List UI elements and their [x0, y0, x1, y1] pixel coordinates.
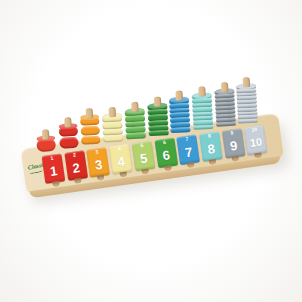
counting-ring[interactable] [193, 125, 213, 130]
wooden-peg [86, 108, 94, 118]
ring-stack-7[interactable] [169, 91, 191, 134]
counting-ring[interactable] [216, 122, 236, 127]
counting-board-scene: Classic 1122334455667788991010 [8, 55, 289, 205]
product-photo: Classic 1122334455667788991010 [0, 0, 302, 302]
ring-stack-1[interactable] [35, 129, 56, 152]
counting-ring[interactable] [80, 126, 99, 135]
counting-ring[interactable] [171, 127, 191, 133]
ring-stack-4[interactable] [102, 106, 124, 142]
wooden-peg [130, 102, 138, 112]
counting-ring[interactable] [58, 137, 78, 148]
ring-stack-8[interactable] [191, 86, 213, 130]
ring-stack-2[interactable] [57, 117, 79, 149]
ring-stack-6[interactable] [146, 96, 168, 136]
wooden-peg [198, 86, 206, 96]
wooden-peg [220, 82, 228, 92]
counting-ring[interactable] [148, 130, 168, 136]
ring-stack-10[interactable] [236, 77, 258, 124]
wooden-peg [153, 96, 161, 106]
ring-stacks [8, 55, 289, 205]
wooden-peg [41, 129, 49, 139]
ring-stack-5[interactable] [124, 101, 146, 139]
wooden-peg [242, 77, 250, 87]
counting-ring[interactable] [81, 136, 100, 145]
wooden-peg [63, 117, 71, 127]
ring-stack-9[interactable] [214, 82, 236, 127]
wooden-peg [175, 91, 183, 101]
counting-ring[interactable] [103, 135, 123, 143]
counting-ring[interactable] [238, 119, 258, 124]
ring-stack-3[interactable] [79, 108, 101, 146]
counting-ring[interactable] [126, 133, 146, 140]
wooden-peg [108, 107, 116, 117]
